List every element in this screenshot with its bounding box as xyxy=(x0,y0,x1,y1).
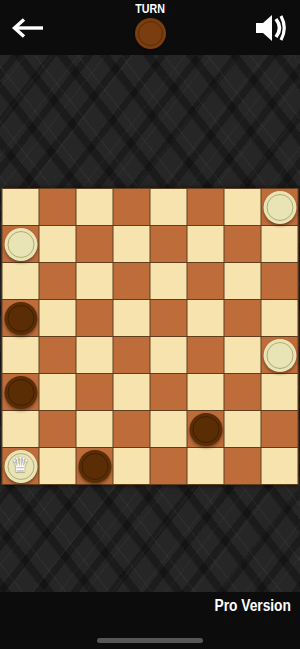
square-r7c2[interactable] xyxy=(40,411,76,447)
square-r8c3[interactable] xyxy=(77,448,113,484)
square-r4c1[interactable] xyxy=(3,300,39,336)
white-man-piece[interactable] xyxy=(263,339,296,372)
square-r7c4[interactable] xyxy=(114,411,150,447)
back-arrow-icon xyxy=(10,17,46,39)
square-r4c3[interactable] xyxy=(77,300,113,336)
square-r3c2[interactable] xyxy=(40,263,76,299)
square-r8c5[interactable] xyxy=(151,448,187,484)
square-r4c8[interactable] xyxy=(262,300,298,336)
dark-man-piece[interactable] xyxy=(78,450,111,483)
app-screen: TURN ♛ Pro Version xyxy=(0,0,300,649)
square-r4c7[interactable] xyxy=(225,300,261,336)
square-r4c4[interactable] xyxy=(114,300,150,336)
square-r2c7[interactable] xyxy=(225,226,261,262)
square-r8c6[interactable] xyxy=(188,448,224,484)
square-r2c4[interactable] xyxy=(114,226,150,262)
square-r1c1[interactable] xyxy=(3,189,39,225)
sound-button[interactable] xyxy=(250,10,292,46)
square-r3c5[interactable] xyxy=(151,263,187,299)
board: ♛ xyxy=(2,188,299,485)
square-r1c5[interactable] xyxy=(151,189,187,225)
square-r6c2[interactable] xyxy=(40,374,76,410)
speaker-on-icon xyxy=(254,13,288,43)
square-r8c2[interactable] xyxy=(40,448,76,484)
square-r2c5[interactable] xyxy=(151,226,187,262)
pro-version-link[interactable]: Pro Version xyxy=(215,597,291,615)
turn-piece-dark xyxy=(135,18,166,49)
dark-man-piece[interactable] xyxy=(4,376,37,409)
square-r7c6[interactable] xyxy=(188,411,224,447)
square-r7c3[interactable] xyxy=(77,411,113,447)
square-r3c4[interactable] xyxy=(114,263,150,299)
square-r7c5[interactable] xyxy=(151,411,187,447)
square-r6c5[interactable] xyxy=(151,374,187,410)
dark-man-piece[interactable] xyxy=(189,413,222,446)
square-r6c8[interactable] xyxy=(262,374,298,410)
square-r6c7[interactable] xyxy=(225,374,261,410)
square-r4c6[interactable] xyxy=(188,300,224,336)
square-r8c4[interactable] xyxy=(114,448,150,484)
square-r3c1[interactable] xyxy=(3,263,39,299)
white-man-piece[interactable] xyxy=(263,191,296,224)
square-r5c6[interactable] xyxy=(188,337,224,373)
square-r5c2[interactable] xyxy=(40,337,76,373)
square-r5c3[interactable] xyxy=(77,337,113,373)
square-r8c1[interactable]: ♛ xyxy=(3,448,39,484)
square-r1c8[interactable] xyxy=(262,189,298,225)
square-r6c3[interactable] xyxy=(77,374,113,410)
square-r5c4[interactable] xyxy=(114,337,150,373)
square-r1c2[interactable] xyxy=(40,189,76,225)
square-r8c7[interactable] xyxy=(225,448,261,484)
square-r1c4[interactable] xyxy=(114,189,150,225)
white-king-piece[interactable]: ♛ xyxy=(4,450,37,483)
square-r3c8[interactable] xyxy=(262,263,298,299)
top-bar: TURN xyxy=(0,0,300,55)
square-r5c7[interactable] xyxy=(225,337,261,373)
square-r7c1[interactable] xyxy=(3,411,39,447)
square-r3c3[interactable] xyxy=(77,263,113,299)
square-r5c1[interactable] xyxy=(3,337,39,373)
dark-man-piece[interactable] xyxy=(4,302,37,335)
square-r3c7[interactable] xyxy=(225,263,261,299)
bottom-bar: Pro Version xyxy=(0,592,300,649)
square-r4c5[interactable] xyxy=(151,300,187,336)
square-r2c3[interactable] xyxy=(77,226,113,262)
home-indicator[interactable] xyxy=(97,638,203,643)
square-r6c4[interactable] xyxy=(114,374,150,410)
square-r5c5[interactable] xyxy=(151,337,187,373)
square-r7c8[interactable] xyxy=(262,411,298,447)
square-r5c8[interactable] xyxy=(262,337,298,373)
square-r6c1[interactable] xyxy=(3,374,39,410)
square-r7c7[interactable] xyxy=(225,411,261,447)
turn-label: TURN xyxy=(135,1,165,16)
square-r8c8[interactable] xyxy=(262,448,298,484)
square-r2c8[interactable] xyxy=(262,226,298,262)
square-r2c2[interactable] xyxy=(40,226,76,262)
crown-icon: ♛ xyxy=(11,455,30,476)
square-r2c1[interactable] xyxy=(3,226,39,262)
square-r1c7[interactable] xyxy=(225,189,261,225)
square-r3c6[interactable] xyxy=(188,263,224,299)
square-r6c6[interactable] xyxy=(188,374,224,410)
square-r1c3[interactable] xyxy=(77,189,113,225)
back-button[interactable] xyxy=(8,14,48,42)
square-r1c6[interactable] xyxy=(188,189,224,225)
square-r2c6[interactable] xyxy=(188,226,224,262)
white-man-piece[interactable] xyxy=(4,228,37,261)
game-stage: ♛ xyxy=(0,55,300,592)
square-r4c2[interactable] xyxy=(40,300,76,336)
